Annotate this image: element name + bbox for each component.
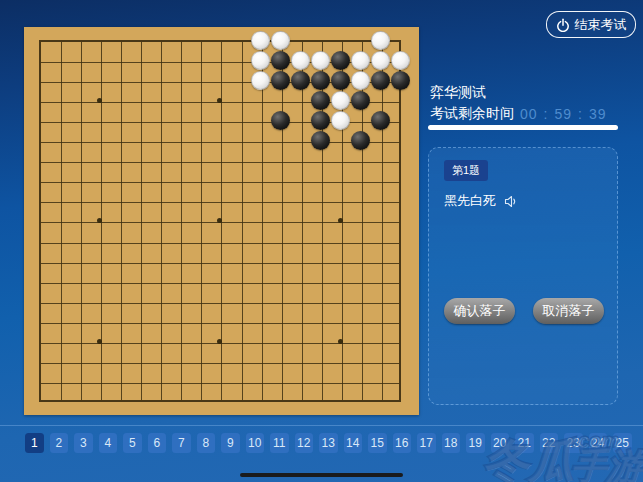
- grid-line: [41, 263, 399, 264]
- grid-line: [302, 42, 303, 400]
- grid-line: [382, 42, 383, 400]
- page-button-7[interactable]: 7: [172, 433, 191, 453]
- grid-line: [141, 42, 142, 400]
- white-stone: [391, 51, 410, 70]
- black-stone: [371, 71, 390, 90]
- grid-line: [242, 42, 243, 400]
- white-stone: [291, 51, 310, 70]
- page-button-24[interactable]: 24: [589, 433, 608, 453]
- move-buttons-row: 确认落子 取消落子: [444, 298, 604, 324]
- black-stone: [331, 51, 350, 70]
- timer-separator: :: [544, 106, 549, 122]
- grid-line: [41, 142, 399, 143]
- white-stone: [331, 111, 350, 130]
- black-stone: [311, 131, 330, 150]
- grid-line: [41, 283, 399, 284]
- page-button-19[interactable]: 19: [466, 433, 485, 453]
- timer-row: 考试剩余时间 00 : 59 : 39: [430, 105, 607, 123]
- black-stone: [311, 91, 330, 110]
- white-stone: [331, 91, 350, 110]
- watermark-sub-text: 手游: [569, 450, 643, 482]
- black-stone: [271, 51, 290, 70]
- star-point: [97, 339, 102, 344]
- timer-separator: :: [578, 106, 583, 122]
- black-stone: [311, 111, 330, 130]
- page-button-22[interactable]: 22: [540, 433, 559, 453]
- black-stone: [291, 71, 310, 90]
- grid-line: [41, 202, 399, 203]
- black-stone: [351, 131, 370, 150]
- grid-line: [201, 42, 202, 400]
- page-button-16[interactable]: 16: [393, 433, 412, 453]
- end-exam-label: 结束考试: [575, 16, 627, 34]
- page-button-21[interactable]: 21: [515, 433, 534, 453]
- star-point: [97, 98, 102, 103]
- timer-label: 考试剩余时间: [430, 105, 514, 123]
- grid-line: [121, 42, 122, 400]
- question-text-row: 黑先白死: [444, 192, 519, 210]
- confirm-move-button[interactable]: 确认落子: [444, 298, 515, 324]
- page-button-1[interactable]: 1: [25, 433, 44, 453]
- grid-line: [41, 383, 399, 384]
- question-card: 第1题 黑先白死 确认落子 取消落子: [428, 147, 618, 405]
- question-text: 黑先白死: [444, 192, 496, 210]
- page-button-4[interactable]: 4: [99, 433, 118, 453]
- timer-seconds: 39: [589, 106, 607, 122]
- page-button-3[interactable]: 3: [74, 433, 93, 453]
- grid-line: [61, 42, 62, 400]
- cancel-move-button[interactable]: 取消落子: [533, 298, 604, 324]
- black-stone: [271, 111, 290, 130]
- go-board[interactable]: [24, 27, 419, 415]
- question-pagination: 1234567891011121314151617181920212223242…: [25, 433, 632, 453]
- grid-line: [41, 182, 399, 183]
- bottom-divider: [0, 425, 643, 426]
- page-button-8[interactable]: 8: [197, 433, 216, 453]
- page-button-12[interactable]: 12: [295, 433, 314, 453]
- grid-line: [282, 42, 283, 400]
- white-stone: [251, 51, 270, 70]
- black-stone: [351, 91, 370, 110]
- white-stone: [351, 51, 370, 70]
- page-button-2[interactable]: 2: [50, 433, 69, 453]
- white-stone: [251, 71, 270, 90]
- grid-line: [181, 42, 182, 400]
- end-exam-button[interactable]: 结束考试: [546, 11, 636, 38]
- page-button-11[interactable]: 11: [270, 433, 289, 453]
- page-button-23[interactable]: 23: [564, 433, 583, 453]
- page-button-6[interactable]: 6: [148, 433, 167, 453]
- grid-line: [81, 42, 82, 400]
- grid-line: [41, 162, 399, 163]
- black-stone: [371, 111, 390, 130]
- white-stone: [371, 51, 390, 70]
- black-stone: [331, 71, 350, 90]
- page-button-14[interactable]: 14: [344, 433, 363, 453]
- white-stone: [351, 71, 370, 90]
- timer-hours: 00: [520, 106, 538, 122]
- grid-line: [41, 303, 399, 304]
- grid-line: [262, 42, 263, 400]
- white-stone: [371, 31, 390, 50]
- page-button-9[interactable]: 9: [221, 433, 240, 453]
- white-stone: [251, 31, 270, 50]
- grid-line: [41, 363, 399, 364]
- grid-line: [41, 243, 399, 244]
- page-button-15[interactable]: 15: [368, 433, 387, 453]
- power-icon: [556, 18, 570, 32]
- question-number-badge: 第1题: [444, 160, 488, 181]
- black-stone: [391, 71, 410, 90]
- timer-minutes: 59: [554, 106, 572, 122]
- star-point: [338, 339, 343, 344]
- white-stone: [311, 51, 330, 70]
- time-progress-bar: [428, 125, 618, 130]
- timer-value: 00 : 59 : 39: [520, 106, 607, 122]
- page-button-20[interactable]: 20: [491, 433, 510, 453]
- speaker-icon[interactable]: [504, 195, 519, 208]
- grid-line: [161, 42, 162, 400]
- white-stone: [271, 31, 290, 50]
- exam-title: 弈华测试: [430, 84, 486, 102]
- goban-grid[interactable]: [39, 40, 401, 402]
- page-button-17[interactable]: 17: [417, 433, 436, 453]
- black-stone: [271, 71, 290, 90]
- page-button-18[interactable]: 18: [442, 433, 461, 453]
- grid-line: [41, 323, 399, 324]
- page-button-5[interactable]: 5: [123, 433, 142, 453]
- page-button-25[interactable]: 25: [613, 433, 632, 453]
- black-stone: [311, 71, 330, 90]
- home-indicator[interactable]: [240, 473, 403, 477]
- page-button-10[interactable]: 10: [246, 433, 265, 453]
- page-button-13[interactable]: 13: [319, 433, 338, 453]
